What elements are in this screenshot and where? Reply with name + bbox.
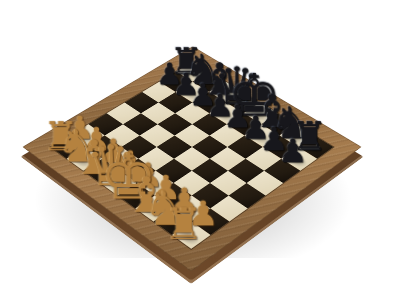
chess-board: ♜♞♝♛♚♝♞♜♟♟♟♟♟♟♟♟♟♟♟♟♟♟♟♟♜♞♝♛♚♝♞♜ [22, 46, 361, 271]
scene: ♜♞♝♛♚♝♞♜♟♟♟♟♟♟♟♟♟♟♟♟♟♟♟♟♜♞♝♛♚♝♞♜ [0, 0, 400, 300]
white-rook: ♜ [146, 202, 221, 246]
product-photo-stage: ♜♞♝♛♚♝♞♜♟♟♟♟♟♟♟♟♟♟♟♟♟♟♟♟♜♞♝♛♚♝♞♜ [0, 0, 400, 300]
black-pawn: ♟ [258, 135, 328, 167]
